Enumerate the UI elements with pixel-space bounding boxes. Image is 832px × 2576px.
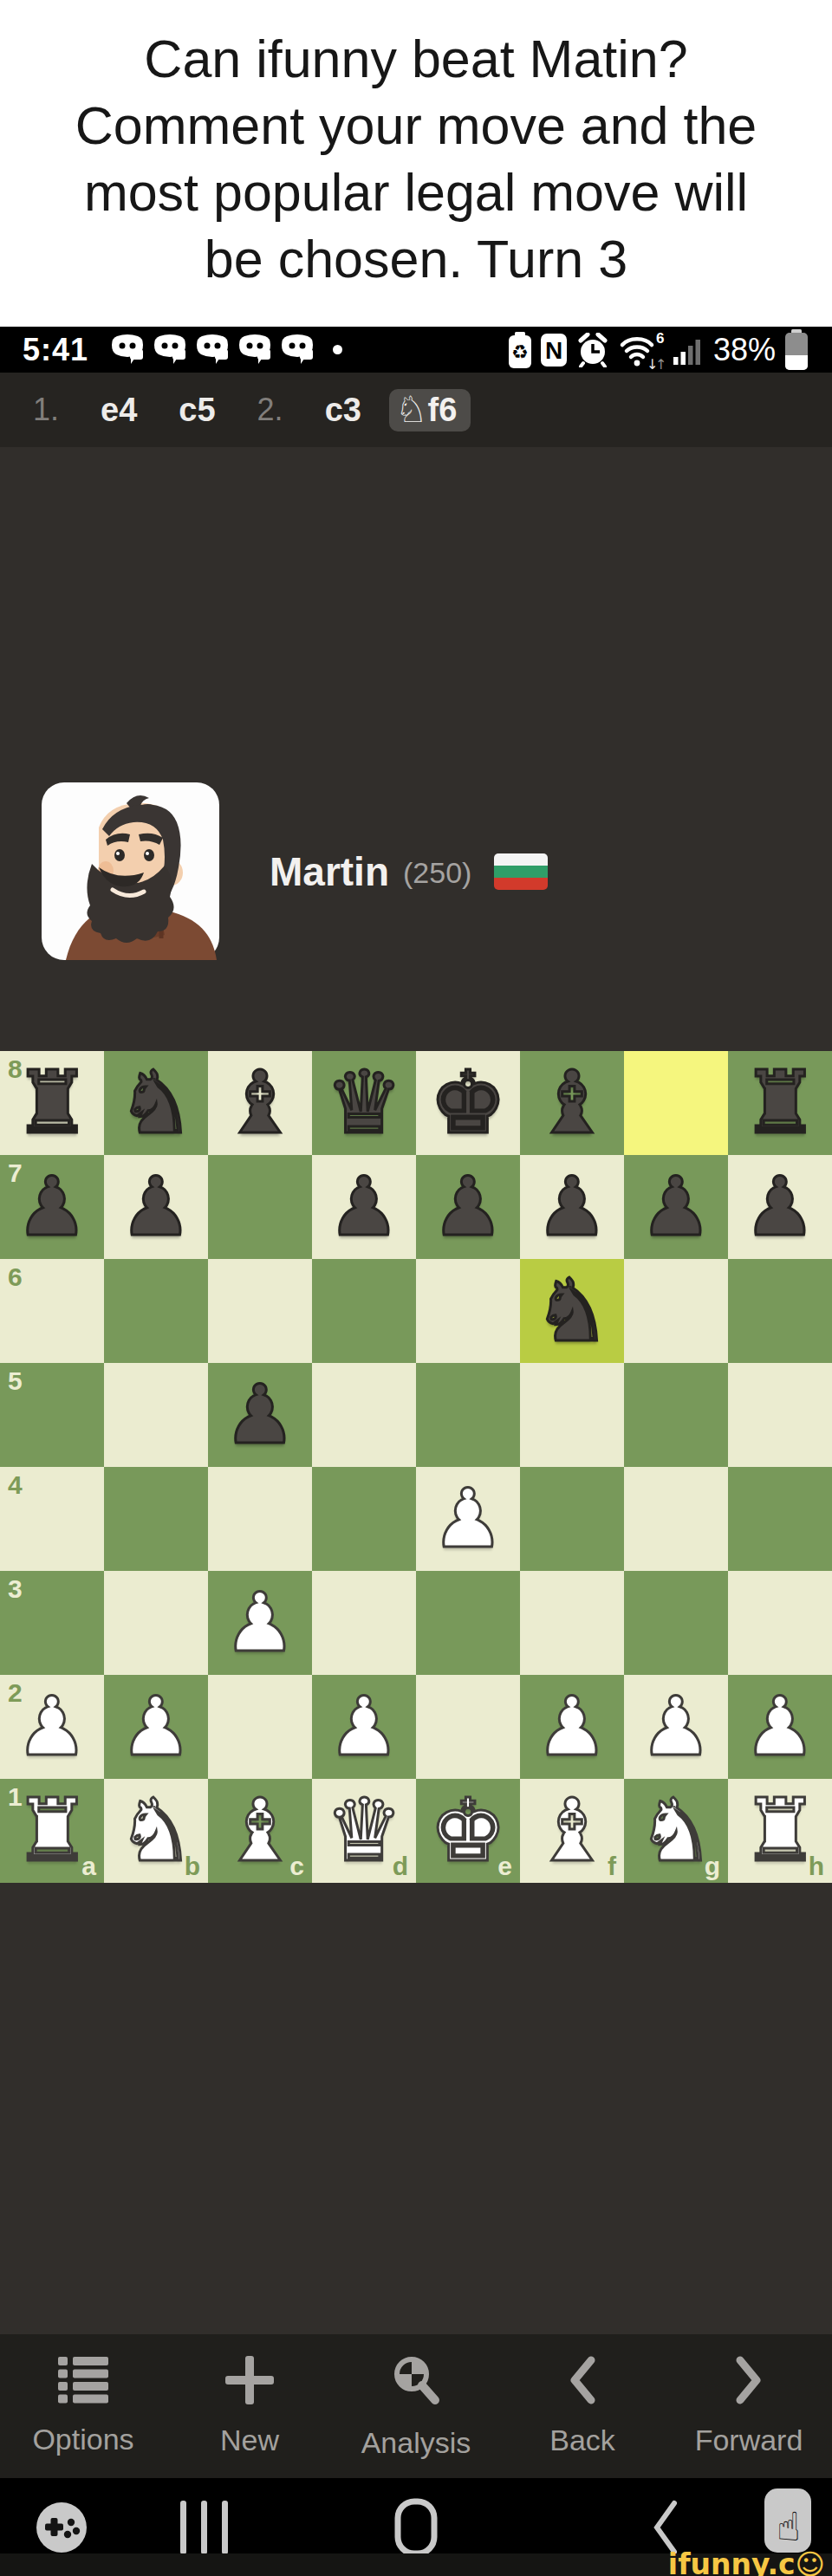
white-rook-a1[interactable]: ♜ — [13, 1779, 91, 1883]
square-h5[interactable] — [728, 1363, 832, 1467]
square-b2[interactable]: ♟ — [104, 1675, 208, 1779]
chess-board: 8♜♞♝♛♚♝♜7♟♟♟♟♟♟♟6♞5♟4♟3♟2♟♟♟♟♟♟1a♜b♞c♝d♛… — [0, 1051, 832, 1883]
white-bishop-f1[interactable]: ♝ — [533, 1779, 611, 1883]
black-knight-b8[interactable]: ♞ — [117, 1051, 195, 1155]
square-c6[interactable] — [208, 1259, 312, 1363]
analysis-magnifier-icon — [389, 2353, 443, 2411]
black-bishop-c8[interactable]: ♝ — [221, 1051, 299, 1155]
chevron-left-icon — [568, 2356, 597, 2408]
rank-label: 8 — [8, 1056, 23, 1082]
square-f3[interactable] — [520, 1571, 624, 1675]
square-e1[interactable]: e♚ — [416, 1779, 520, 1883]
black-pawn-h7[interactable]: ♟ — [744, 1155, 816, 1259]
rank-label: 6 — [8, 1264, 23, 1290]
square-g4[interactable] — [624, 1467, 728, 1571]
status-bar: 5:41 ♻ N 6↓↑ 38% — [0, 327, 832, 373]
more-notifications-dot-icon — [333, 345, 342, 354]
white-rook-h1[interactable]: ♜ — [741, 1779, 819, 1883]
chevron-right-icon — [734, 2356, 764, 2408]
alarm-icon — [575, 333, 610, 367]
rank-label: 3 — [8, 1576, 23, 1602]
square-a5[interactable]: 5 — [0, 1363, 104, 1467]
avatar[interactable] — [42, 782, 219, 960]
square-d3[interactable] — [312, 1571, 416, 1675]
square-e8[interactable]: ♚ — [416, 1051, 520, 1155]
square-a3[interactable]: 3 — [0, 1571, 104, 1675]
square-b3[interactable] — [104, 1571, 208, 1675]
square-a7[interactable]: 7♟ — [0, 1155, 104, 1259]
signal-bars-icon — [673, 334, 702, 366]
caption-line: most popular legal move will — [0, 159, 832, 226]
discord-notification-icon — [195, 333, 230, 367]
square-h3[interactable] — [728, 1571, 832, 1675]
battery-icon — [783, 329, 809, 371]
svg-text:♻: ♻ — [511, 341, 529, 363]
file-label: d — [393, 1853, 408, 1879]
file-label: g — [705, 1853, 720, 1879]
square-f4[interactable] — [520, 1467, 624, 1571]
white-pawn-h2[interactable]: ♟ — [744, 1675, 816, 1779]
square-d7[interactable]: ♟ — [312, 1155, 416, 1259]
current-move-chip[interactable]: ♘f6 — [389, 389, 471, 431]
square-d4[interactable] — [312, 1467, 416, 1571]
white-pawn-f2[interactable]: ♟ — [536, 1675, 608, 1779]
status-right: ♻ N 6↓↑ 38% — [508, 329, 809, 371]
svg-text:☝: ☝ — [777, 2503, 801, 2550]
discord-notification-icon — [280, 333, 315, 367]
black-knight-f6[interactable]: ♞ — [533, 1259, 611, 1363]
white-knight-g1[interactable]: ♞ — [637, 1779, 715, 1883]
clock-time: 5:41 — [23, 332, 88, 368]
square-e6[interactable] — [416, 1259, 520, 1363]
discord-notification-icon — [153, 333, 187, 367]
square-c3[interactable]: ♟ — [208, 1571, 312, 1675]
rank-label: 4 — [8, 1472, 23, 1498]
square-g2[interactable]: ♟ — [624, 1675, 728, 1779]
smiley-icon: ☺ — [796, 2547, 825, 2576]
svg-text:↑: ↑ — [655, 356, 665, 369]
discord-notification-icon — [237, 333, 272, 367]
svg-text:N: N — [545, 337, 562, 364]
square-b8[interactable]: ♞ — [104, 1051, 208, 1155]
recents-icon[interactable] — [180, 2501, 228, 2554]
square-e7[interactable]: ♟ — [416, 1155, 520, 1259]
floating-app-icon[interactable]: ☝ — [763, 2487, 813, 2556]
white-knight-b1[interactable]: ♞ — [117, 1779, 195, 1883]
square-a4[interactable]: 4 — [0, 1467, 104, 1571]
file-label: a — [81, 1853, 96, 1879]
square-g8[interactable] — [624, 1051, 728, 1155]
black-rook-a8[interactable]: ♜ — [13, 1051, 91, 1155]
bulgaria-flag-icon — [494, 853, 548, 890]
analysis-button[interactable]: Analysis — [333, 2334, 499, 2478]
square-e3[interactable] — [416, 1571, 520, 1675]
discord-notification-icons — [110, 333, 315, 367]
home-icon[interactable] — [394, 2498, 438, 2557]
file-label: c — [289, 1853, 304, 1879]
toolbar-label: Analysis — [361, 2426, 471, 2460]
square-b7[interactable]: ♟ — [104, 1155, 208, 1259]
black-pawn-e7[interactable]: ♟ — [432, 1155, 504, 1259]
game-launcher-icon[interactable] — [35, 2501, 88, 2554]
square-h7[interactable]: ♟ — [728, 1155, 832, 1259]
screen: Can ifunny beat Matin?Comment your move … — [0, 0, 832, 2576]
square-d1[interactable]: d♛ — [312, 1779, 416, 1883]
status-left: 5:41 — [23, 332, 342, 368]
meme-caption: Can ifunny beat Matin?Comment your move … — [0, 0, 832, 327]
square-f2[interactable]: ♟ — [520, 1675, 624, 1779]
square-d6[interactable] — [312, 1259, 416, 1363]
square-f6[interactable]: ♞ — [520, 1259, 624, 1363]
game-toolbar: Options New Analysis Back Forward — [0, 2334, 832, 2478]
white-pawn-a2[interactable]: ♟ — [16, 1675, 88, 1779]
toolbar-label: Options — [32, 2423, 133, 2456]
back-icon[interactable] — [652, 2500, 678, 2555]
rank-label: 1 — [8, 1784, 23, 1810]
file-label: f — [608, 1853, 616, 1879]
move-text: f6 — [428, 392, 458, 429]
plus-icon — [225, 2356, 274, 2408]
square-h1[interactable]: h♜ — [728, 1779, 832, 1883]
file-label: h — [809, 1853, 824, 1879]
toolbar-label: Forward — [695, 2424, 803, 2457]
options-list-icon — [58, 2357, 108, 2407]
caption-line: Can ifunny beat Matin? — [0, 26, 832, 93]
white-bishop-c1[interactable]: ♝ — [221, 1779, 299, 1883]
move-text[interactable]: c3 — [325, 392, 361, 429]
ifunny-watermark: ifunny.c☺ — [668, 2547, 825, 2576]
toolbar-label: New — [220, 2424, 279, 2457]
square-g1[interactable]: g♞ — [624, 1779, 728, 1883]
battery-saver-icon: ♻ — [508, 332, 532, 368]
square-e2[interactable] — [416, 1675, 520, 1779]
file-label: b — [185, 1853, 200, 1879]
square-h2[interactable]: ♟ — [728, 1675, 832, 1779]
white-pawn-e4[interactable]: ♟ — [432, 1467, 504, 1571]
rank-label: 5 — [8, 1368, 23, 1394]
square-c5[interactable]: ♟ — [208, 1363, 312, 1467]
move-text[interactable]: c5 — [179, 392, 215, 429]
square-f8[interactable]: ♝ — [520, 1051, 624, 1155]
white-pawn-c3[interactable]: ♟ — [224, 1571, 296, 1675]
black-bishop-f8[interactable]: ♝ — [533, 1051, 611, 1155]
toolbar-label: Back — [549, 2424, 615, 2457]
black-pawn-a7[interactable]: ♟ — [16, 1155, 88, 1259]
back-move-button[interactable]: Back — [499, 2334, 666, 2478]
square-h8[interactable]: ♜ — [728, 1051, 832, 1155]
player-info: Martin (250) — [270, 848, 548, 895]
move-list-bar: 1.e4c52.c3♘f6 — [0, 373, 832, 447]
new-game-button[interactable]: New — [166, 2334, 333, 2478]
battery-percent: 38% — [713, 332, 776, 368]
square-d5[interactable] — [312, 1363, 416, 1467]
square-e5[interactable] — [416, 1363, 520, 1467]
white-queen-d1[interactable]: ♛ — [325, 1779, 403, 1883]
black-pawn-g7[interactable]: ♟ — [640, 1155, 712, 1259]
black-king-e8[interactable]: ♚ — [429, 1051, 507, 1155]
nfc-icon: N — [540, 333, 568, 367]
square-f7[interactable]: ♟ — [520, 1155, 624, 1259]
white-pawn-b2[interactable]: ♟ — [120, 1675, 192, 1779]
square-c4[interactable] — [208, 1467, 312, 1571]
black-rook-h8[interactable]: ♜ — [741, 1051, 819, 1155]
square-c7[interactable] — [208, 1155, 312, 1259]
square-d2[interactable]: ♟ — [312, 1675, 416, 1779]
black-pawn-d7[interactable]: ♟ — [328, 1155, 400, 1259]
black-pawn-f7[interactable]: ♟ — [536, 1155, 608, 1259]
caption-line: Comment your move and the — [0, 93, 832, 159]
square-g6[interactable] — [624, 1259, 728, 1363]
square-g7[interactable]: ♟ — [624, 1155, 728, 1259]
white-pawn-g2[interactable]: ♟ — [640, 1675, 712, 1779]
forward-move-button[interactable]: Forward — [666, 2334, 832, 2478]
player-rating: (250) — [403, 856, 471, 890]
rank-label: 7 — [8, 1160, 23, 1186]
square-h4[interactable] — [728, 1467, 832, 1571]
square-f5[interactable] — [520, 1363, 624, 1467]
square-c2[interactable] — [208, 1675, 312, 1779]
square-c8[interactable]: ♝ — [208, 1051, 312, 1155]
white-pawn-d2[interactable]: ♟ — [328, 1675, 400, 1779]
square-d8[interactable]: ♛ — [312, 1051, 416, 1155]
square-e4[interactable]: ♟ — [416, 1467, 520, 1571]
options-button[interactable]: Options — [0, 2334, 166, 2478]
black-queen-d8[interactable]: ♛ — [325, 1051, 403, 1155]
square-g3[interactable] — [624, 1571, 728, 1675]
square-b1[interactable]: b♞ — [104, 1779, 208, 1883]
square-b5[interactable] — [104, 1363, 208, 1467]
move-number: 2. — [257, 392, 283, 428]
black-pawn-b7[interactable]: ♟ — [120, 1155, 192, 1259]
square-f1[interactable]: f♝ — [520, 1779, 624, 1883]
white-king-e1[interactable]: ♚ — [429, 1779, 507, 1883]
wifi-6-icon: 6↓↑ — [618, 331, 665, 369]
caption-line: be chosen. Turn 3 — [0, 226, 832, 293]
square-a2[interactable]: 2♟ — [0, 1675, 104, 1779]
player-row: Martin (250) — [42, 782, 548, 960]
discord-notification-icon — [110, 333, 145, 367]
move-number: 1. — [33, 392, 59, 428]
file-label: e — [497, 1853, 512, 1879]
square-a6[interactable]: 6 — [0, 1259, 104, 1363]
square-g5[interactable] — [624, 1363, 728, 1467]
svg-text:6: 6 — [656, 331, 664, 347]
square-a8[interactable]: 8♜ — [0, 1051, 104, 1155]
square-c1[interactable]: c♝ — [208, 1779, 312, 1883]
square-b6[interactable] — [104, 1259, 208, 1363]
black-pawn-c5[interactable]: ♟ — [224, 1363, 296, 1467]
square-b4[interactable] — [104, 1467, 208, 1571]
square-a1[interactable]: 1a♜ — [0, 1779, 104, 1883]
player-name: Martin — [270, 848, 389, 895]
android-nav-bar: ☝ ifunny.c☺ — [0, 2478, 832, 2576]
rank-label: 2 — [8, 1680, 23, 1706]
move-text[interactable]: e4 — [101, 392, 137, 429]
knight-icon: ♘ — [395, 392, 428, 428]
square-h6[interactable] — [728, 1259, 832, 1363]
